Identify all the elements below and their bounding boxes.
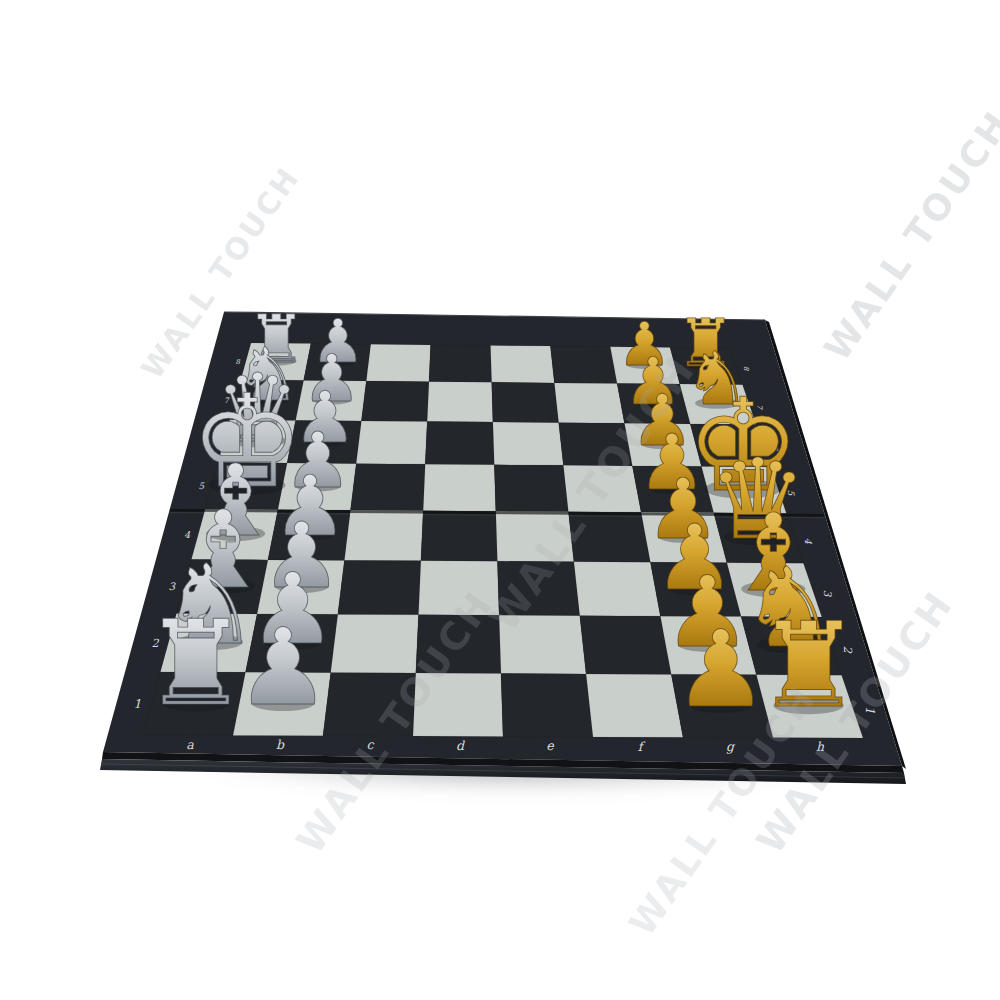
square-e2 <box>499 615 586 674</box>
square-e5 <box>494 465 568 512</box>
file-label-e: e <box>546 738 554 753</box>
rank-label-right-1: 1 <box>863 706 877 714</box>
square-f7 <box>554 383 624 423</box>
square-e4 <box>496 511 574 562</box>
square-e6 <box>493 422 564 465</box>
piece-gold-R-h1: ♜ <box>756 597 861 734</box>
file-label-a: a <box>186 737 194 752</box>
square-f4 <box>568 512 650 563</box>
square-e1 <box>501 674 593 737</box>
square-e8 <box>491 346 555 383</box>
square-e7 <box>492 382 559 422</box>
square-d5 <box>423 464 496 511</box>
file-label-d: d <box>456 738 465 753</box>
square-d3 <box>419 561 500 616</box>
square-f3 <box>574 562 661 616</box>
square-d4 <box>421 511 498 562</box>
file-label-b: b <box>276 737 285 752</box>
file-label-h: h <box>816 739 825 754</box>
square-c5 <box>351 464 426 511</box>
chessboard-svg: abcdefgh1122334455667788♜♟♟♜♞♟♟♞♛♟♟♚♟♟♚♝… <box>0 0 1000 1000</box>
square-c2 <box>331 614 419 673</box>
piece-gold-P-g1: ♟ <box>673 608 768 731</box>
piece-silver-R-a1: ♜ <box>143 595 248 732</box>
square-c1 <box>323 673 416 736</box>
square-d6 <box>425 422 494 465</box>
square-f8 <box>550 346 617 383</box>
square-c4 <box>344 510 423 561</box>
square-f6 <box>559 423 633 466</box>
file-label-c: c <box>366 737 374 752</box>
square-c3 <box>338 560 421 614</box>
square-e3 <box>497 561 579 615</box>
square-c8 <box>366 344 430 381</box>
product-photo: abcdefgh1122334455667788♜♟♟♜♞♟♟♞♛♟♟♚♟♟♚♝… <box>0 0 1000 1000</box>
square-f5 <box>563 465 641 512</box>
square-c7 <box>361 381 429 422</box>
chessboard: abcdefgh1122334455667788♜♟♟♜♞♟♟♞♛♟♟♚♟♟♚♝… <box>0 0 1000 1000</box>
square-d7 <box>427 382 493 422</box>
square-d1 <box>413 673 503 736</box>
square-f1 <box>586 674 683 737</box>
square-f2 <box>580 616 672 675</box>
rank-label-left-1: 1 <box>133 697 141 711</box>
square-d2 <box>416 615 501 674</box>
piece-silver-P-b1: ♟ <box>235 606 330 729</box>
square-c6 <box>356 421 427 464</box>
square-d8 <box>429 345 492 382</box>
